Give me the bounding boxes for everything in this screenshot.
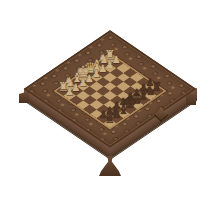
board-grid: ♜♟♟♜♞♟♟♞♝♟♟♝♛♟♟♛♚♟♟♚♝♟♟♝♞♟♟♞♜♟♟♜ — [56, 54, 163, 127]
board-top-face: ♜♟♟♜♞♟♟♞♝♟♟♝♛♟♟♛♚♟♟♚♝♟♟♝♞♟♟♞♜♟♟♜ — [24, 30, 197, 147]
product-photo: ♜♟♟♜♞♟♟♞♝♟♟♝♛♟♟♛♚♟♟♚♝♟♟♝♞♟♟♞♜♟♟♜ — [0, 0, 220, 200]
board-leg-front — [99, 156, 121, 176]
board-leg-left — [19, 91, 29, 103]
playing-field: ♜♟♟♜♞♟♟♞♝♟♟♝♛♟♟♛♚♟♟♚♝♟♟♝♞♟♟♞♜♟♟♜ — [56, 54, 163, 127]
carved-frame: ♜♟♟♜♞♟♟♞♝♟♟♝♛♟♟♛♚♟♟♚♝♟♟♝♞♟♟♞♜♟♟♜ — [24, 30, 197, 147]
